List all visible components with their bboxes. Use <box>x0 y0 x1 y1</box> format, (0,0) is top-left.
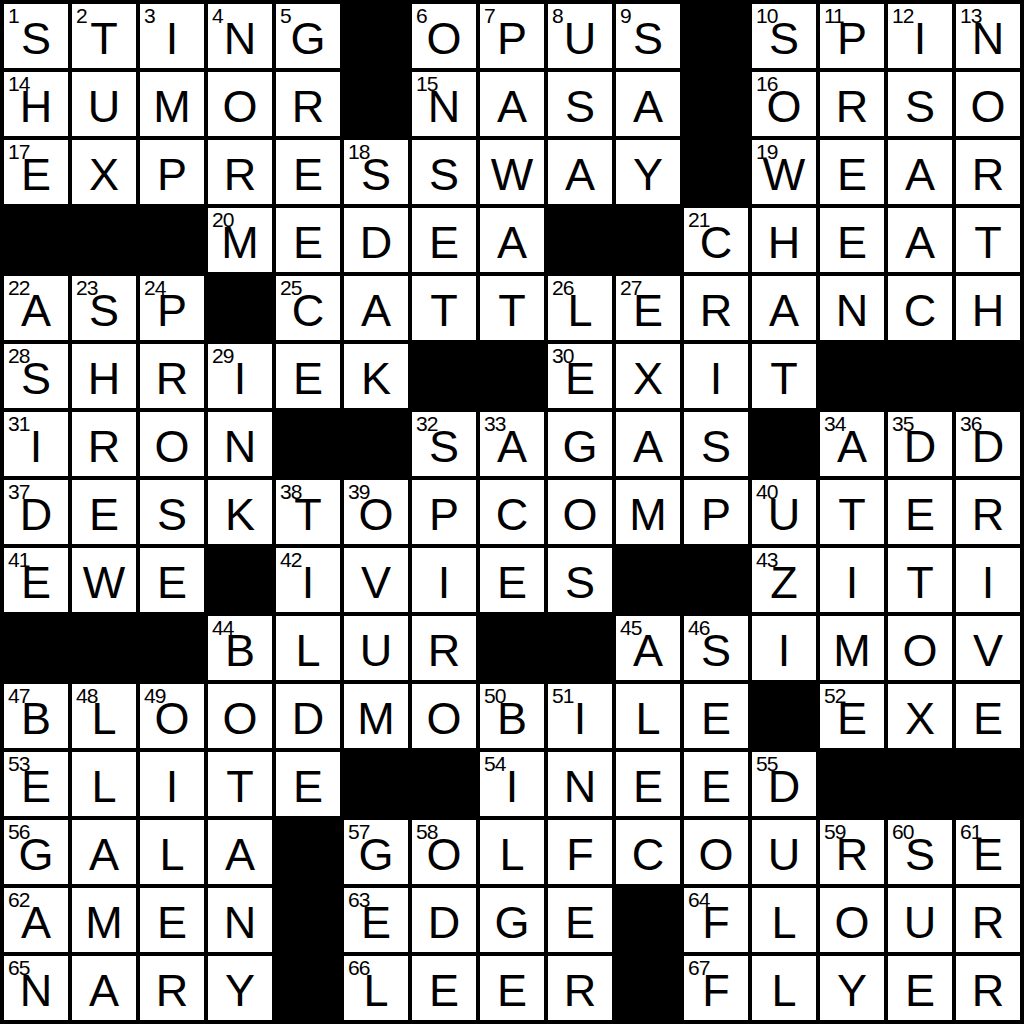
cell-r13c7[interactable]: 58O <box>412 820 476 884</box>
cell-letter: A <box>633 84 663 136</box>
cell-r2c4[interactable]: O <box>208 72 272 136</box>
cell-r15c7[interactable]: E <box>412 956 476 1020</box>
cell-r9c6[interactable]: V <box>344 548 408 612</box>
cell-letter: E <box>701 696 731 748</box>
clue-number: 53 <box>8 752 29 776</box>
cell-r9c8[interactable]: E <box>480 548 544 612</box>
cell-r3c4[interactable]: R <box>208 140 272 204</box>
cell-r2c9[interactable]: S <box>548 72 612 136</box>
cell-r11c14[interactable]: X <box>888 684 952 748</box>
cell-r8c14[interactable]: E <box>888 480 952 544</box>
cell-r10c5[interactable]: L <box>276 616 340 680</box>
cell-r14c11[interactable]: 64F <box>684 888 748 952</box>
cell-letter: O <box>426 16 461 68</box>
cell-r8c11[interactable]: P <box>684 480 748 544</box>
cell-letter: S <box>701 424 731 476</box>
cell-letter: L <box>295 628 320 680</box>
cell-r6c10[interactable]: X <box>616 344 680 408</box>
block-r4c10 <box>616 208 680 272</box>
cell-r5c7[interactable]: T <box>412 276 476 340</box>
cell-r11c4[interactable]: O <box>208 684 272 748</box>
cell-r4c6[interactable]: D <box>344 208 408 272</box>
cell-r14c9[interactable]: E <box>548 888 612 952</box>
cell-r4c8[interactable]: A <box>480 208 544 272</box>
cell-r11c6[interactable]: M <box>344 684 408 748</box>
cell-letter: N <box>224 424 257 476</box>
clue-number: 44 <box>212 616 233 640</box>
cell-letter: A <box>89 968 119 1020</box>
cell-r1c9[interactable]: 8U <box>548 4 612 68</box>
cell-r3c15[interactable]: R <box>956 140 1020 204</box>
cell-letter: S <box>565 84 595 136</box>
cell-r3c3[interactable]: P <box>140 140 204 204</box>
cell-r12c10[interactable]: E <box>616 752 680 816</box>
cell-letter: P <box>429 492 459 544</box>
cell-r5c9[interactable]: 26L <box>548 276 612 340</box>
clue-number: 28 <box>8 344 29 368</box>
cell-r4c12[interactable]: H <box>752 208 816 272</box>
cell-r9c12[interactable]: 43Z <box>752 548 816 612</box>
cell-letter: T <box>770 356 798 408</box>
cell-r12c2[interactable]: L <box>72 752 136 816</box>
cell-letter: A <box>905 152 935 204</box>
clue-number: 46 <box>688 616 709 640</box>
cell-r8c15[interactable]: R <box>956 480 1020 544</box>
clue-number: 2 <box>76 4 87 28</box>
cell-r6c9[interactable]: 30E <box>548 344 612 408</box>
cell-r9c15[interactable]: I <box>956 548 1020 612</box>
cell-r13c15[interactable]: 61E <box>956 820 1020 884</box>
cell-r5c8[interactable]: T <box>480 276 544 340</box>
cell-r3c6[interactable]: 18S <box>344 140 408 204</box>
cell-letter: L <box>771 900 796 952</box>
crossword-board: 1S2T3I4N5G6O7P8U9S10S11P12I13N14HUMOR15N… <box>0 0 1024 1024</box>
cell-r13c10[interactable]: C <box>616 820 680 884</box>
cell-r14c1[interactable]: 62A <box>4 888 68 952</box>
cell-letter: R <box>564 968 597 1020</box>
cell-letter: V <box>973 628 1003 680</box>
cell-r15c14[interactable]: E <box>888 956 952 1020</box>
cell-r4c14[interactable]: A <box>888 208 952 272</box>
block-r12c14 <box>888 752 952 816</box>
cell-letter: X <box>905 696 935 748</box>
cell-letter: G <box>494 900 529 952</box>
clue-number: 39 <box>348 480 369 504</box>
cell-r10c10[interactable]: 45A <box>616 616 680 680</box>
cell-letter: Y <box>633 152 663 204</box>
cell-letter: C <box>632 832 665 884</box>
cell-r14c4[interactable]: N <box>208 888 272 952</box>
cell-r9c7[interactable]: I <box>412 548 476 612</box>
cell-r9c14[interactable]: T <box>888 548 952 612</box>
cell-r7c3[interactable]: O <box>140 412 204 476</box>
cell-letter: D <box>292 696 325 748</box>
cell-r12c5[interactable]: E <box>276 752 340 816</box>
cell-r14c2[interactable]: M <box>72 888 136 952</box>
cell-r7c4[interactable]: N <box>208 412 272 476</box>
cell-r6c3[interactable]: R <box>140 344 204 408</box>
cell-r15c12[interactable]: L <box>752 956 816 1020</box>
cell-r7c13[interactable]: 34A <box>820 412 884 476</box>
cell-r10c13[interactable]: M <box>820 616 884 680</box>
clue-number: 31 <box>8 412 29 436</box>
cell-r12c1[interactable]: 53E <box>4 752 68 816</box>
clue-number: 49 <box>144 684 165 708</box>
cell-r8c6[interactable]: 39O <box>344 480 408 544</box>
cell-r2c3[interactable]: M <box>140 72 204 136</box>
cell-letter: E <box>293 764 323 816</box>
cell-r7c2[interactable]: R <box>72 412 136 476</box>
cell-letter: M <box>153 84 191 136</box>
cell-r8c9[interactable]: O <box>548 480 612 544</box>
cell-r4c4[interactable]: 20M <box>208 208 272 272</box>
clue-number: 65 <box>8 956 29 980</box>
cell-r3c8[interactable]: W <box>480 140 544 204</box>
cell-r8c5[interactable]: 38T <box>276 480 340 544</box>
cell-letter: R <box>972 492 1005 544</box>
cell-r15c3[interactable]: R <box>140 956 204 1020</box>
clue-number: 35 <box>892 412 913 436</box>
cell-letter: N <box>224 16 257 68</box>
cell-r7c10[interactable]: A <box>616 412 680 476</box>
cell-r11c1[interactable]: 47B <box>4 684 68 748</box>
clue-number: 37 <box>8 480 29 504</box>
cell-letter: R <box>972 152 1005 204</box>
cell-r9c5[interactable]: 42I <box>276 548 340 612</box>
cell-r8c7[interactable]: P <box>412 480 476 544</box>
cell-r1c1[interactable]: 1S <box>4 4 68 68</box>
clue-number: 30 <box>552 344 573 368</box>
clue-number: 25 <box>280 276 301 300</box>
cell-r1c3[interactable]: 3I <box>140 4 204 68</box>
clue-number: 62 <box>8 888 29 912</box>
cell-letter: E <box>293 152 323 204</box>
cell-r8c1[interactable]: 37D <box>4 480 68 544</box>
cell-r11c10[interactable]: L <box>616 684 680 748</box>
cell-r9c1[interactable]: 41E <box>4 548 68 612</box>
cell-r3c14[interactable]: A <box>888 140 952 204</box>
cell-r11c2[interactable]: 48L <box>72 684 136 748</box>
cell-r14c15[interactable]: R <box>956 888 1020 952</box>
cell-r1c7[interactable]: 6O <box>412 4 476 68</box>
cell-r4c13[interactable]: E <box>820 208 884 272</box>
cell-r13c14[interactable]: 60S <box>888 820 952 884</box>
cell-r13c4[interactable]: A <box>208 820 272 884</box>
cell-r6c1[interactable]: 28S <box>4 344 68 408</box>
block-r7c5 <box>276 412 340 476</box>
cell-r7c9[interactable]: G <box>548 412 612 476</box>
cell-letter: E <box>497 968 527 1020</box>
cell-letter: O <box>970 84 1005 136</box>
clue-number: 6 <box>416 4 427 28</box>
cell-r11c5[interactable]: D <box>276 684 340 748</box>
cell-r3c5[interactable]: E <box>276 140 340 204</box>
block-r6c15 <box>956 344 1020 408</box>
cell-r4c15[interactable]: T <box>956 208 1020 272</box>
cell-r13c11[interactable]: O <box>684 820 748 884</box>
cell-letter: K <box>361 356 391 408</box>
cell-r12c8[interactable]: 54I <box>480 752 544 816</box>
cell-r5c12[interactable]: A <box>752 276 816 340</box>
cell-r2c8[interactable]: A <box>480 72 544 136</box>
block-r7c6 <box>344 412 408 476</box>
cell-r6c11[interactable]: I <box>684 344 748 408</box>
clue-number: 51 <box>552 684 573 708</box>
cell-letter: T <box>430 288 458 340</box>
clue-number: 41 <box>8 548 29 572</box>
cell-r10c14[interactable]: O <box>888 616 952 680</box>
cell-letter: C <box>496 492 529 544</box>
clue-number: 48 <box>76 684 97 708</box>
clue-number: 57 <box>348 820 369 844</box>
clue-number: 13 <box>960 4 981 28</box>
clue-number: 61 <box>960 820 981 844</box>
cell-letter: A <box>769 288 799 340</box>
cell-letter: E <box>293 220 323 272</box>
cell-r14c8[interactable]: G <box>480 888 544 952</box>
clue-number: 36 <box>960 412 981 436</box>
cell-r15c4[interactable]: Y <box>208 956 272 1020</box>
cell-r5c15[interactable]: H <box>956 276 1020 340</box>
cell-r9c13[interactable]: I <box>820 548 884 612</box>
cell-r2c15[interactable]: O <box>956 72 1020 136</box>
cell-r8c2[interactable]: E <box>72 480 136 544</box>
cell-r5c6[interactable]: A <box>344 276 408 340</box>
cell-letter: T <box>906 560 934 612</box>
cell-letter: S <box>633 16 663 68</box>
cell-letter: O <box>698 832 733 884</box>
cell-r6c5[interactable]: E <box>276 344 340 408</box>
cell-r7c8[interactable]: 33A <box>480 412 544 476</box>
cell-r8c12[interactable]: 40U <box>752 480 816 544</box>
cell-letter: I <box>778 628 791 680</box>
cell-letter: A <box>497 84 527 136</box>
cell-r3c1[interactable]: 17E <box>4 140 68 204</box>
cell-letter: I <box>30 424 43 476</box>
cell-r1c13[interactable]: 11P <box>820 4 884 68</box>
cell-r3c12[interactable]: 19W <box>752 140 816 204</box>
cell-r2c1[interactable]: 14H <box>4 72 68 136</box>
cell-r10c4[interactable]: 44B <box>208 616 272 680</box>
clue-number: 64 <box>688 888 709 912</box>
cell-r13c3[interactable]: L <box>140 820 204 884</box>
cell-r5c2[interactable]: 23S <box>72 276 136 340</box>
block-r3c11 <box>684 140 748 204</box>
cell-r14c3[interactable]: E <box>140 888 204 952</box>
cell-r2c10[interactable]: A <box>616 72 680 136</box>
clue-number: 24 <box>144 276 165 300</box>
cell-letter: A <box>497 220 527 272</box>
block-r10c8 <box>480 616 544 680</box>
block-r10c9 <box>548 616 612 680</box>
cell-r10c7[interactable]: R <box>412 616 476 680</box>
block-r9c10 <box>616 548 680 612</box>
cell-r3c10[interactable]: Y <box>616 140 680 204</box>
clue-number: 16 <box>756 72 777 96</box>
cell-letter: I <box>166 16 179 68</box>
block-r2c11 <box>684 72 748 136</box>
cell-r8c13[interactable]: T <box>820 480 884 544</box>
cell-r5c11[interactable]: R <box>684 276 748 340</box>
cell-r14c6[interactable]: 63E <box>344 888 408 952</box>
cell-r13c2[interactable]: A <box>72 820 136 884</box>
cell-letter: L <box>771 968 796 1020</box>
cell-r10c6[interactable]: U <box>344 616 408 680</box>
cell-r12c4[interactable]: T <box>208 752 272 816</box>
cell-r5c14[interactable]: C <box>888 276 952 340</box>
cell-r2c5[interactable]: R <box>276 72 340 136</box>
clue-number: 17 <box>8 140 29 164</box>
cell-r11c3[interactable]: 49O <box>140 684 204 748</box>
cell-r5c13[interactable]: N <box>820 276 884 340</box>
cell-letter: K <box>225 492 255 544</box>
block-r12c13 <box>820 752 884 816</box>
cell-r13c12[interactable]: U <box>752 820 816 884</box>
cell-r7c14[interactable]: 35D <box>888 412 952 476</box>
cell-r15c15[interactable]: R <box>956 956 1020 1020</box>
cell-r7c1[interactable]: 31I <box>4 412 68 476</box>
cell-r3c13[interactable]: E <box>820 140 884 204</box>
cell-r15c9[interactable]: R <box>548 956 612 1020</box>
cell-r13c1[interactable]: 56G <box>4 820 68 884</box>
cell-r6c2[interactable]: H <box>72 344 136 408</box>
cell-r8c3[interactable]: S <box>140 480 204 544</box>
cell-letter: I <box>710 356 723 408</box>
cell-r10c11[interactable]: 46S <box>684 616 748 680</box>
clue-number: 38 <box>280 480 301 504</box>
cell-r4c7[interactable]: E <box>412 208 476 272</box>
cell-r12c3[interactable]: I <box>140 752 204 816</box>
cell-r1c5[interactable]: 5G <box>276 4 340 68</box>
clue-number: 12 <box>892 4 913 28</box>
cell-r1c4[interactable]: 4N <box>208 4 272 68</box>
cell-r1c15[interactable]: 13N <box>956 4 1020 68</box>
cell-letter: G <box>290 16 325 68</box>
cell-r15c2[interactable]: A <box>72 956 136 1020</box>
cell-r6c6[interactable]: K <box>344 344 408 408</box>
cell-letter: S <box>157 492 187 544</box>
clue-number: 55 <box>756 752 777 776</box>
cell-letter: R <box>224 152 257 204</box>
block-r12c15 <box>956 752 1020 816</box>
cell-r8c10[interactable]: M <box>616 480 680 544</box>
cell-r3c9[interactable]: A <box>548 140 612 204</box>
cell-r1c8[interactable]: 7P <box>480 4 544 68</box>
cell-r2c7[interactable]: 15N <box>412 72 476 136</box>
cell-r4c11[interactable]: 21C <box>684 208 748 272</box>
cell-r11c15[interactable]: E <box>956 684 1020 748</box>
cell-letter: T <box>974 220 1002 272</box>
cell-r9c2[interactable]: W <box>72 548 136 612</box>
cell-r13c9[interactable]: F <box>548 820 612 884</box>
cell-r5c5[interactable]: 25C <box>276 276 340 340</box>
cell-letter: I <box>846 560 859 612</box>
cell-r8c8[interactable]: C <box>480 480 544 544</box>
cell-r15c6[interactable]: 66L <box>344 956 408 1020</box>
clue-number: 56 <box>8 820 29 844</box>
cell-letter: P <box>497 16 527 68</box>
cell-r3c2[interactable]: X <box>72 140 136 204</box>
clue-number: 21 <box>688 208 709 232</box>
cell-r11c7[interactable]: O <box>412 684 476 748</box>
cell-r7c7[interactable]: 32S <box>412 412 476 476</box>
cell-r9c3[interactable]: E <box>140 548 204 612</box>
cell-r11c8[interactable]: 50B <box>480 684 544 748</box>
block-r6c8 <box>480 344 544 408</box>
cell-r5c3[interactable]: 24P <box>140 276 204 340</box>
cell-r12c9[interactable]: N <box>548 752 612 816</box>
cell-r5c10[interactable]: 27E <box>616 276 680 340</box>
cell-letter: I <box>506 764 519 816</box>
cell-letter: H <box>972 288 1005 340</box>
cell-r1c14[interactable]: 12I <box>888 4 952 68</box>
clue-number: 20 <box>212 208 233 232</box>
cell-r10c15[interactable]: V <box>956 616 1020 680</box>
cell-r15c1[interactable]: 65N <box>4 956 68 1020</box>
cell-r6c4[interactable]: 29I <box>208 344 272 408</box>
cell-letter: A <box>905 220 935 272</box>
cell-r13c6[interactable]: 57G <box>344 820 408 884</box>
cell-r5c1[interactable]: 22A <box>4 276 68 340</box>
cell-letter: S <box>429 152 459 204</box>
cell-r2c2[interactable]: U <box>72 72 136 136</box>
clue-number: 47 <box>8 684 29 708</box>
cell-r13c8[interactable]: L <box>480 820 544 884</box>
cell-r14c7[interactable]: D <box>412 888 476 952</box>
cell-r15c8[interactable]: E <box>480 956 544 1020</box>
cell-r6c12[interactable]: T <box>752 344 816 408</box>
cell-r1c10[interactable]: 9S <box>616 4 680 68</box>
cell-letter: O <box>154 424 189 476</box>
cell-letter: I <box>234 356 247 408</box>
cell-r1c2[interactable]: 2T <box>72 4 136 68</box>
clue-number: 3 <box>144 4 155 28</box>
cell-r4c5[interactable]: E <box>276 208 340 272</box>
cell-letter: E <box>701 764 731 816</box>
cell-r14c14[interactable]: U <box>888 888 952 952</box>
cell-letter: M <box>833 628 871 680</box>
cell-r2c12[interactable]: 16O <box>752 72 816 136</box>
cell-r14c12[interactable]: L <box>752 888 816 952</box>
cell-letter: E <box>157 560 187 612</box>
cell-r11c9[interactable]: 51I <box>548 684 612 748</box>
cell-r11c13[interactable]: 52E <box>820 684 884 748</box>
cell-r11c11[interactable]: E <box>684 684 748 748</box>
cell-r14c13[interactable]: O <box>820 888 884 952</box>
clue-number: 45 <box>620 616 641 640</box>
cell-r15c13[interactable]: Y <box>820 956 884 1020</box>
cell-r3c7[interactable]: S <box>412 140 476 204</box>
cell-r9c9[interactable]: S <box>548 548 612 612</box>
cell-r7c11[interactable]: S <box>684 412 748 476</box>
cell-r13c13[interactable]: 59R <box>820 820 884 884</box>
cell-r12c11[interactable]: E <box>684 752 748 816</box>
cell-r1c12[interactable]: 10S <box>752 4 816 68</box>
clue-number: 10 <box>756 4 777 28</box>
cell-r10c12[interactable]: I <box>752 616 816 680</box>
cell-r2c14[interactable]: S <box>888 72 952 136</box>
cell-r8c4[interactable]: K <box>208 480 272 544</box>
cell-r7c15[interactable]: 36D <box>956 412 1020 476</box>
cell-r2c13[interactable]: R <box>820 72 884 136</box>
clue-number: 60 <box>892 820 913 844</box>
block-r13c5 <box>276 820 340 884</box>
block-r10c2 <box>72 616 136 680</box>
cell-letter: H <box>88 356 121 408</box>
cell-r12c12[interactable]: 55D <box>752 752 816 816</box>
cell-r15c11[interactable]: 67F <box>684 956 748 1020</box>
cell-letter: E <box>157 900 187 952</box>
